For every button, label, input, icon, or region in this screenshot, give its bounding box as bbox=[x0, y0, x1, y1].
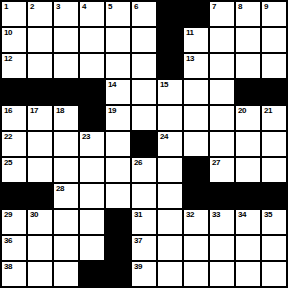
white-cell[interactable]: 20 bbox=[236, 106, 260, 130]
white-cell[interactable]: 1 bbox=[2, 2, 26, 26]
white-cell[interactable] bbox=[262, 158, 286, 182]
white-cell[interactable]: 39 bbox=[132, 262, 156, 286]
clue-number: 22 bbox=[4, 132, 12, 141]
clue-number: 10 bbox=[4, 28, 12, 37]
black-cell bbox=[80, 106, 104, 130]
black-cell bbox=[80, 80, 104, 104]
white-cell[interactable] bbox=[28, 54, 52, 78]
white-cell[interactable] bbox=[184, 132, 208, 156]
white-cell[interactable] bbox=[158, 184, 182, 208]
white-cell[interactable]: 23 bbox=[80, 132, 104, 156]
white-cell[interactable] bbox=[54, 262, 78, 286]
white-cell[interactable]: 15 bbox=[158, 80, 182, 104]
clue-number: 16 bbox=[4, 106, 12, 115]
clue-number: 34 bbox=[238, 210, 246, 219]
white-cell[interactable]: 34 bbox=[236, 210, 260, 234]
white-cell[interactable] bbox=[80, 28, 104, 52]
clue-number: 31 bbox=[134, 210, 142, 219]
white-cell[interactable] bbox=[262, 28, 286, 52]
white-cell[interactable] bbox=[184, 236, 208, 260]
white-cell[interactable] bbox=[184, 106, 208, 130]
black-cell bbox=[184, 2, 208, 26]
black-cell bbox=[80, 262, 104, 286]
white-cell[interactable] bbox=[54, 210, 78, 234]
black-cell bbox=[262, 80, 286, 104]
white-cell[interactable] bbox=[262, 132, 286, 156]
white-cell[interactable]: 25 bbox=[2, 158, 26, 182]
white-cell[interactable] bbox=[28, 158, 52, 182]
clue-number: 1 bbox=[4, 2, 8, 11]
white-cell[interactable] bbox=[28, 28, 52, 52]
white-cell[interactable]: 13 bbox=[184, 54, 208, 78]
white-cell[interactable] bbox=[210, 132, 234, 156]
white-cell[interactable] bbox=[158, 236, 182, 260]
clue-number: 21 bbox=[264, 106, 272, 115]
black-cell bbox=[2, 80, 26, 104]
white-cell[interactable] bbox=[158, 262, 182, 286]
black-cell bbox=[158, 2, 182, 26]
black-cell bbox=[132, 132, 156, 156]
white-cell[interactable]: 37 bbox=[132, 236, 156, 260]
white-cell[interactable] bbox=[28, 236, 52, 260]
white-cell[interactable] bbox=[80, 210, 104, 234]
white-cell[interactable] bbox=[80, 158, 104, 182]
white-cell[interactable] bbox=[54, 132, 78, 156]
white-cell[interactable] bbox=[158, 106, 182, 130]
white-cell[interactable] bbox=[106, 158, 130, 182]
white-cell[interactable]: 30 bbox=[28, 210, 52, 234]
black-cell bbox=[236, 80, 260, 104]
clue-number: 18 bbox=[56, 106, 64, 115]
white-cell[interactable] bbox=[236, 28, 260, 52]
white-cell[interactable]: 21 bbox=[262, 106, 286, 130]
clue-number: 15 bbox=[160, 80, 168, 89]
black-cell bbox=[106, 210, 130, 234]
white-cell[interactable]: 10 bbox=[2, 28, 26, 52]
white-cell[interactable] bbox=[184, 262, 208, 286]
white-cell[interactable]: 19 bbox=[106, 106, 130, 130]
white-cell[interactable] bbox=[236, 262, 260, 286]
clue-number: 32 bbox=[186, 210, 194, 219]
white-cell[interactable] bbox=[210, 106, 234, 130]
white-cell[interactable] bbox=[210, 262, 234, 286]
white-cell[interactable]: 24 bbox=[158, 132, 182, 156]
white-cell[interactable]: 2 bbox=[28, 2, 52, 26]
white-cell[interactable] bbox=[54, 158, 78, 182]
black-cell bbox=[210, 184, 234, 208]
white-cell[interactable] bbox=[54, 54, 78, 78]
white-cell[interactable] bbox=[184, 80, 208, 104]
white-cell[interactable] bbox=[80, 54, 104, 78]
clue-number: 3 bbox=[56, 2, 60, 11]
white-cell[interactable]: 7 bbox=[210, 2, 234, 26]
white-cell[interactable] bbox=[106, 28, 130, 52]
white-cell[interactable]: 5 bbox=[106, 2, 130, 26]
white-cell[interactable]: 9 bbox=[262, 2, 286, 26]
white-cell[interactable]: 28 bbox=[54, 184, 78, 208]
white-cell[interactable] bbox=[262, 236, 286, 260]
white-cell[interactable]: 29 bbox=[2, 210, 26, 234]
white-cell[interactable]: 27 bbox=[210, 158, 234, 182]
clue-number: 7 bbox=[212, 2, 216, 11]
black-cell bbox=[28, 184, 52, 208]
white-cell[interactable] bbox=[210, 236, 234, 260]
black-cell bbox=[184, 158, 208, 182]
white-cell[interactable]: 6 bbox=[132, 2, 156, 26]
white-cell[interactable]: 17 bbox=[28, 106, 52, 130]
clue-number: 27 bbox=[212, 158, 220, 167]
clue-number: 24 bbox=[160, 132, 168, 141]
black-cell bbox=[236, 184, 260, 208]
white-cell[interactable] bbox=[210, 54, 234, 78]
white-cell[interactable]: 14 bbox=[106, 80, 130, 104]
clue-number: 29 bbox=[4, 210, 12, 219]
black-cell bbox=[158, 54, 182, 78]
white-cell[interactable] bbox=[158, 158, 182, 182]
clue-number: 37 bbox=[134, 236, 142, 245]
clue-number: 5 bbox=[108, 2, 112, 11]
clue-number: 11 bbox=[186, 28, 193, 37]
clue-number: 2 bbox=[30, 2, 34, 11]
black-cell bbox=[28, 80, 52, 104]
black-cell bbox=[184, 184, 208, 208]
black-cell bbox=[54, 80, 78, 104]
clue-number: 12 bbox=[4, 54, 12, 63]
crossword-board: 1234567891011121314151617181920212223242… bbox=[0, 0, 288, 288]
clue-number: 9 bbox=[264, 2, 268, 11]
white-cell[interactable] bbox=[236, 158, 260, 182]
white-cell[interactable] bbox=[132, 106, 156, 130]
white-cell[interactable] bbox=[132, 54, 156, 78]
white-cell[interactable] bbox=[210, 80, 234, 104]
white-cell[interactable]: 8 bbox=[236, 2, 260, 26]
white-cell[interactable]: 26 bbox=[132, 158, 156, 182]
white-cell[interactable] bbox=[106, 54, 130, 78]
clue-number: 20 bbox=[238, 106, 246, 115]
white-cell[interactable] bbox=[54, 28, 78, 52]
white-cell[interactable]: 16 bbox=[2, 106, 26, 130]
clue-number: 14 bbox=[108, 80, 116, 89]
white-cell[interactable] bbox=[236, 54, 260, 78]
clue-number: 35 bbox=[264, 210, 272, 219]
clue-number: 30 bbox=[30, 210, 38, 219]
black-cell bbox=[106, 236, 130, 260]
clue-number: 19 bbox=[108, 106, 116, 115]
white-cell[interactable] bbox=[132, 80, 156, 104]
clue-number: 26 bbox=[134, 158, 142, 167]
black-cell bbox=[158, 28, 182, 52]
white-cell[interactable]: 12 bbox=[2, 54, 26, 78]
black-cell bbox=[106, 262, 130, 286]
white-cell[interactable] bbox=[158, 210, 182, 234]
white-cell[interactable]: 35 bbox=[262, 210, 286, 234]
clue-number: 33 bbox=[212, 210, 220, 219]
clue-number: 8 bbox=[238, 2, 242, 11]
white-cell[interactable]: 32 bbox=[184, 210, 208, 234]
white-cell[interactable]: 22 bbox=[2, 132, 26, 156]
clue-number: 13 bbox=[186, 54, 194, 63]
black-cell bbox=[2, 184, 26, 208]
white-cell[interactable] bbox=[236, 236, 260, 260]
white-cell[interactable] bbox=[132, 184, 156, 208]
crossword-puzzle: 1234567891011121314151617181920212223242… bbox=[0, 0, 288, 288]
white-cell[interactable]: 33 bbox=[210, 210, 234, 234]
white-cell[interactable] bbox=[80, 184, 104, 208]
white-cell[interactable] bbox=[262, 54, 286, 78]
white-cell[interactable] bbox=[236, 132, 260, 156]
clue-number: 17 bbox=[30, 106, 38, 115]
white-cell[interactable] bbox=[54, 236, 78, 260]
clue-number: 6 bbox=[134, 2, 138, 11]
white-cell[interactable]: 4 bbox=[80, 2, 104, 26]
white-cell[interactable] bbox=[80, 236, 104, 260]
clue-number: 39 bbox=[134, 262, 142, 271]
white-cell[interactable]: 11 bbox=[184, 28, 208, 52]
white-cell[interactable] bbox=[106, 184, 130, 208]
clue-number: 28 bbox=[56, 184, 64, 193]
white-cell[interactable] bbox=[210, 28, 234, 52]
clue-number: 23 bbox=[82, 132, 90, 141]
white-cell[interactable] bbox=[28, 132, 52, 156]
white-cell[interactable] bbox=[262, 262, 286, 286]
white-cell[interactable]: 3 bbox=[54, 2, 78, 26]
black-cell bbox=[262, 184, 286, 208]
clue-number: 38 bbox=[4, 262, 12, 271]
clue-number: 25 bbox=[4, 158, 12, 167]
white-cell[interactable] bbox=[132, 28, 156, 52]
white-cell[interactable]: 36 bbox=[2, 236, 26, 260]
white-cell[interactable]: 38 bbox=[2, 262, 26, 286]
white-cell[interactable] bbox=[28, 262, 52, 286]
white-cell[interactable]: 18 bbox=[54, 106, 78, 130]
white-cell[interactable] bbox=[106, 132, 130, 156]
clue-number: 36 bbox=[4, 236, 12, 245]
white-cell[interactable]: 31 bbox=[132, 210, 156, 234]
clue-number: 4 bbox=[82, 2, 86, 11]
